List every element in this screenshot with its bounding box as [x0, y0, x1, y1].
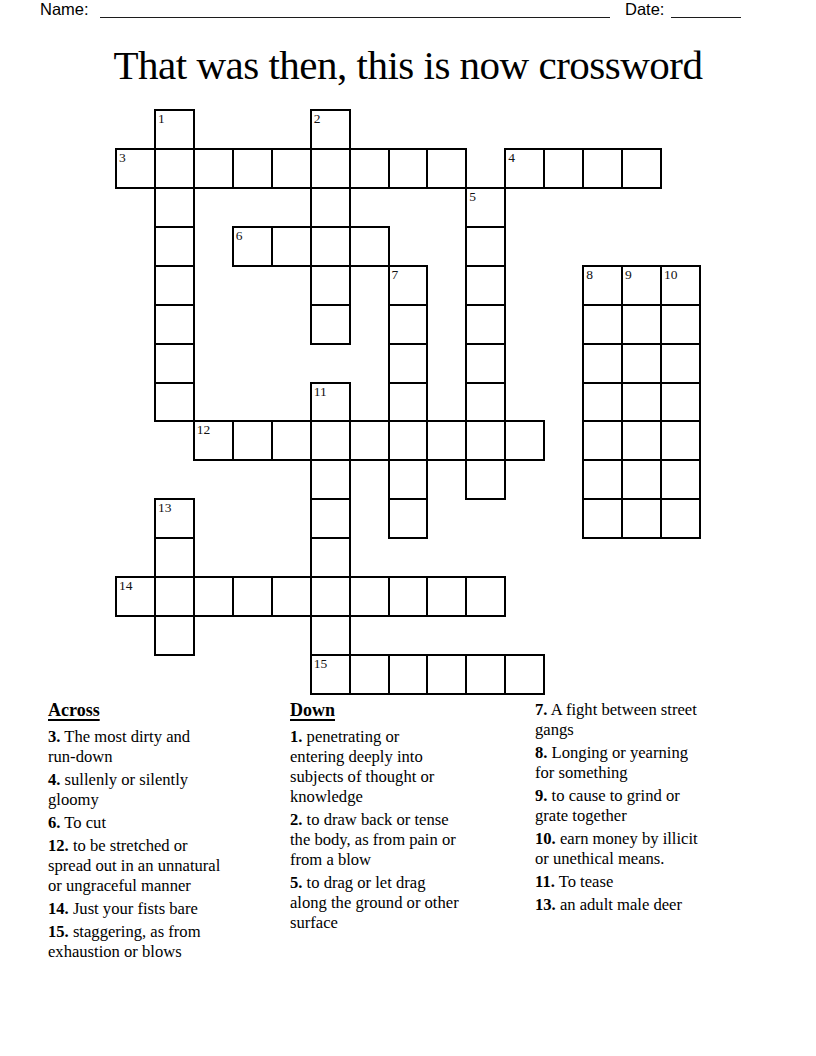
- clue: 8. Longing or yearning for something: [535, 743, 770, 783]
- worksheet-page: Name: Date: That was then, this is now c…: [0, 0, 816, 1056]
- grid-cell[interactable]: [622, 421, 661, 460]
- grid-cell[interactable]: [466, 460, 505, 499]
- grid-cell[interactable]: [389, 305, 428, 344]
- clue: 15. staggering, as from exhaustion or bl…: [48, 922, 290, 962]
- down-clue-list-continued: 7. A fight between street gangs8. Longin…: [535, 700, 770, 915]
- grid-cell[interactable]: [427, 421, 466, 460]
- grid-cell[interactable]: [350, 421, 389, 460]
- grid-cell[interactable]: [622, 266, 661, 305]
- grid-cell[interactable]: [155, 616, 194, 655]
- grid-cell[interactable]: [350, 149, 389, 188]
- clue-text: earn money by illicit or unethical means…: [535, 829, 698, 868]
- grid-cell[interactable]: [272, 227, 311, 266]
- grid-cell[interactable]: [427, 655, 466, 694]
- grid-cell[interactable]: [389, 460, 428, 499]
- clue: 4. sullenly or silently gloomy: [48, 770, 290, 810]
- grid-cell[interactable]: [466, 227, 505, 266]
- grid-cell[interactable]: [622, 383, 661, 422]
- grid-cell[interactable]: [350, 577, 389, 616]
- name-label: Name:: [40, 1, 89, 18]
- across-header: Across: [48, 700, 290, 720]
- grid-cell[interactable]: [311, 616, 350, 655]
- grid-cell[interactable]: [155, 577, 194, 616]
- grid-cell[interactable]: [272, 577, 311, 616]
- clue-number-label: 10.: [535, 829, 556, 848]
- clue: 9. to cause to grind or grate together: [535, 786, 770, 826]
- clue-number-label: 7.: [535, 700, 547, 719]
- grid-cell[interactable]: [389, 421, 428, 460]
- grid-cell[interactable]: [466, 421, 505, 460]
- grid-cell[interactable]: [311, 421, 350, 460]
- date-write-line[interactable]: [671, 0, 741, 18]
- clue-number-label: 4.: [48, 770, 60, 789]
- grid-cell[interactable]: [583, 344, 622, 383]
- grid-cell[interactable]: [622, 149, 661, 188]
- grid-cell[interactable]: [233, 149, 272, 188]
- clue-number-label: 12.: [48, 836, 69, 855]
- grid-cell[interactable]: [389, 577, 428, 616]
- grid-cell[interactable]: [194, 149, 233, 188]
- clue: 1. penetrating or entering deeply into s…: [290, 727, 530, 807]
- grid-cell[interactable]: [311, 655, 350, 694]
- grid-cell[interactable]: [389, 266, 428, 305]
- grid-cell[interactable]: [389, 655, 428, 694]
- grid-cell[interactable]: [505, 149, 544, 188]
- grid-cell[interactable]: [466, 305, 505, 344]
- grid-cell[interactable]: [466, 188, 505, 227]
- clue-text: Longing or yearning for something: [535, 743, 688, 782]
- grid-cell[interactable]: [311, 188, 350, 227]
- grid-cell[interactable]: [661, 383, 700, 422]
- grid-cell[interactable]: [622, 344, 661, 383]
- clue: 11. To tease: [535, 872, 770, 892]
- grid-cell[interactable]: [661, 266, 700, 305]
- clue-text: to drag or let drag along the ground or …: [290, 873, 459, 932]
- grid-cell[interactable]: [583, 305, 622, 344]
- grid-cell[interactable]: [661, 344, 700, 383]
- down-clues-column-2: 7. A fight between street gangs8. Longin…: [535, 700, 770, 918]
- name-write-line[interactable]: [100, 0, 610, 18]
- clue-text: A fight between street gangs: [535, 700, 697, 739]
- grid-cell[interactable]: [116, 149, 155, 188]
- clue: 6. To cut: [48, 813, 290, 833]
- clue: 13. an adult male deer: [535, 895, 770, 915]
- clue-number-label: 5.: [290, 873, 302, 892]
- clue-number-label: 14.: [48, 899, 69, 918]
- grid-cell[interactable]: [350, 227, 389, 266]
- grid-cell[interactable]: [661, 460, 700, 499]
- grid-cell[interactable]: [194, 577, 233, 616]
- grid-cell[interactable]: [116, 577, 155, 616]
- grid-cell[interactable]: [389, 383, 428, 422]
- clue-text: to cause to grind or grate together: [535, 786, 680, 825]
- grid-cell[interactable]: [622, 460, 661, 499]
- grid-cell[interactable]: [155, 305, 194, 344]
- grid-cell[interactable]: [311, 460, 350, 499]
- clue-text: an adult male deer: [556, 895, 682, 914]
- grid-cell[interactable]: [272, 421, 311, 460]
- clue-text: To tease: [555, 872, 613, 891]
- grid-cell[interactable]: [583, 266, 622, 305]
- grid-cell[interactable]: [311, 538, 350, 577]
- grid-cell[interactable]: [505, 421, 544, 460]
- down-header: Down: [290, 700, 530, 720]
- grid-cell[interactable]: [661, 421, 700, 460]
- grid-cell[interactable]: [466, 344, 505, 383]
- clue-text: To cut: [60, 813, 106, 832]
- grid-cell[interactable]: [311, 577, 350, 616]
- clue-number-label: 9.: [535, 786, 547, 805]
- grid-cell[interactable]: [466, 383, 505, 422]
- grid-cell[interactable]: [272, 149, 311, 188]
- clue-number-label: 3.: [48, 727, 60, 746]
- grid-cell[interactable]: [583, 421, 622, 460]
- grid-cell[interactable]: [583, 383, 622, 422]
- clue-number-label: 11.: [535, 872, 555, 891]
- clue-text: penetrating or entering deeply into subj…: [290, 727, 434, 806]
- grid-cell[interactable]: [544, 149, 583, 188]
- grid-cell[interactable]: [233, 421, 272, 460]
- clue-number-label: 2.: [290, 810, 302, 829]
- page-title: That was then, this is now crossword: [0, 42, 816, 88]
- grid-cell[interactable]: [194, 421, 233, 460]
- grid-cell[interactable]: [311, 110, 350, 149]
- grid-cell[interactable]: [466, 655, 505, 694]
- clue: 2. to draw back or tense the body, as fr…: [290, 810, 530, 870]
- grid-cell[interactable]: [505, 655, 544, 694]
- grid-cell[interactable]: [350, 655, 389, 694]
- clue-number-label: 1.: [290, 727, 302, 746]
- date-label: Date:: [625, 1, 664, 18]
- grid-cell[interactable]: [466, 577, 505, 616]
- grid-cell[interactable]: [583, 149, 622, 188]
- grid-cell[interactable]: [233, 577, 272, 616]
- grid-cell[interactable]: [583, 460, 622, 499]
- across-clues-column: Across 3. The most dirty and run-down4. …: [48, 700, 290, 965]
- grid-cell[interactable]: [622, 499, 661, 538]
- clue-text: staggering, as from exhaustion or blows: [48, 922, 201, 961]
- grid-cell[interactable]: [389, 149, 428, 188]
- crossword-grid: 123456789101112131415: [116, 110, 700, 694]
- clue-text: to be stretched or spread out in an unna…: [48, 836, 220, 895]
- grid-cell[interactable]: [155, 110, 194, 149]
- clue-text: The most dirty and run-down: [48, 727, 190, 766]
- grid-cell[interactable]: [311, 227, 350, 266]
- grid-cell[interactable]: [155, 344, 194, 383]
- grid-cell[interactable]: [155, 538, 194, 577]
- grid-cell[interactable]: [155, 227, 194, 266]
- clue: 7. A fight between street gangs: [535, 700, 770, 740]
- grid-cell[interactable]: [622, 305, 661, 344]
- clue-text: Just your fists bare: [69, 899, 198, 918]
- down-clue-list: 1. penetrating or entering deeply into s…: [290, 727, 530, 933]
- grid-cell[interactable]: [233, 227, 272, 266]
- across-clue-list: 3. The most dirty and run-down4. sullenl…: [48, 727, 290, 962]
- grid-cell[interactable]: [155, 188, 194, 227]
- clue-number-label: 15.: [48, 922, 69, 941]
- grid-cell[interactable]: [466, 266, 505, 305]
- clue: 10. earn money by illicit or unethical m…: [535, 829, 770, 869]
- grid-cell[interactable]: [427, 577, 466, 616]
- grid-cell[interactable]: [311, 149, 350, 188]
- grid-cell[interactable]: [661, 305, 700, 344]
- grid-cell[interactable]: [311, 305, 350, 344]
- clue: 5. to drag or let drag along the ground …: [290, 873, 530, 933]
- grid-cell[interactable]: [155, 383, 194, 422]
- down-clues-column: Down 1. penetrating or entering deeply i…: [290, 700, 530, 936]
- grid-cell[interactable]: [389, 499, 428, 538]
- grid-cell[interactable]: [427, 149, 466, 188]
- grid-cell[interactable]: [155, 499, 194, 538]
- grid-cell[interactable]: [583, 499, 622, 538]
- clue: 12. to be stretched or spread out in an …: [48, 836, 290, 896]
- clue-number-label: 6.: [48, 813, 60, 832]
- clue-number-label: 8.: [535, 743, 547, 762]
- grid-cell[interactable]: [155, 149, 194, 188]
- grid-cell[interactable]: [311, 266, 350, 305]
- clue-text: sullenly or silently gloomy: [48, 770, 188, 809]
- grid-cell[interactable]: [389, 344, 428, 383]
- clue: 3. The most dirty and run-down: [48, 727, 290, 767]
- clue: 14. Just your fists bare: [48, 899, 290, 919]
- clue-text: to draw back or tense the body, as from …: [290, 810, 456, 869]
- grid-cell[interactable]: [311, 383, 350, 422]
- grid-cell[interactable]: [155, 266, 194, 305]
- clue-number-label: 13.: [535, 895, 556, 914]
- grid-cell[interactable]: [661, 499, 700, 538]
- grid-cell[interactable]: [311, 499, 350, 538]
